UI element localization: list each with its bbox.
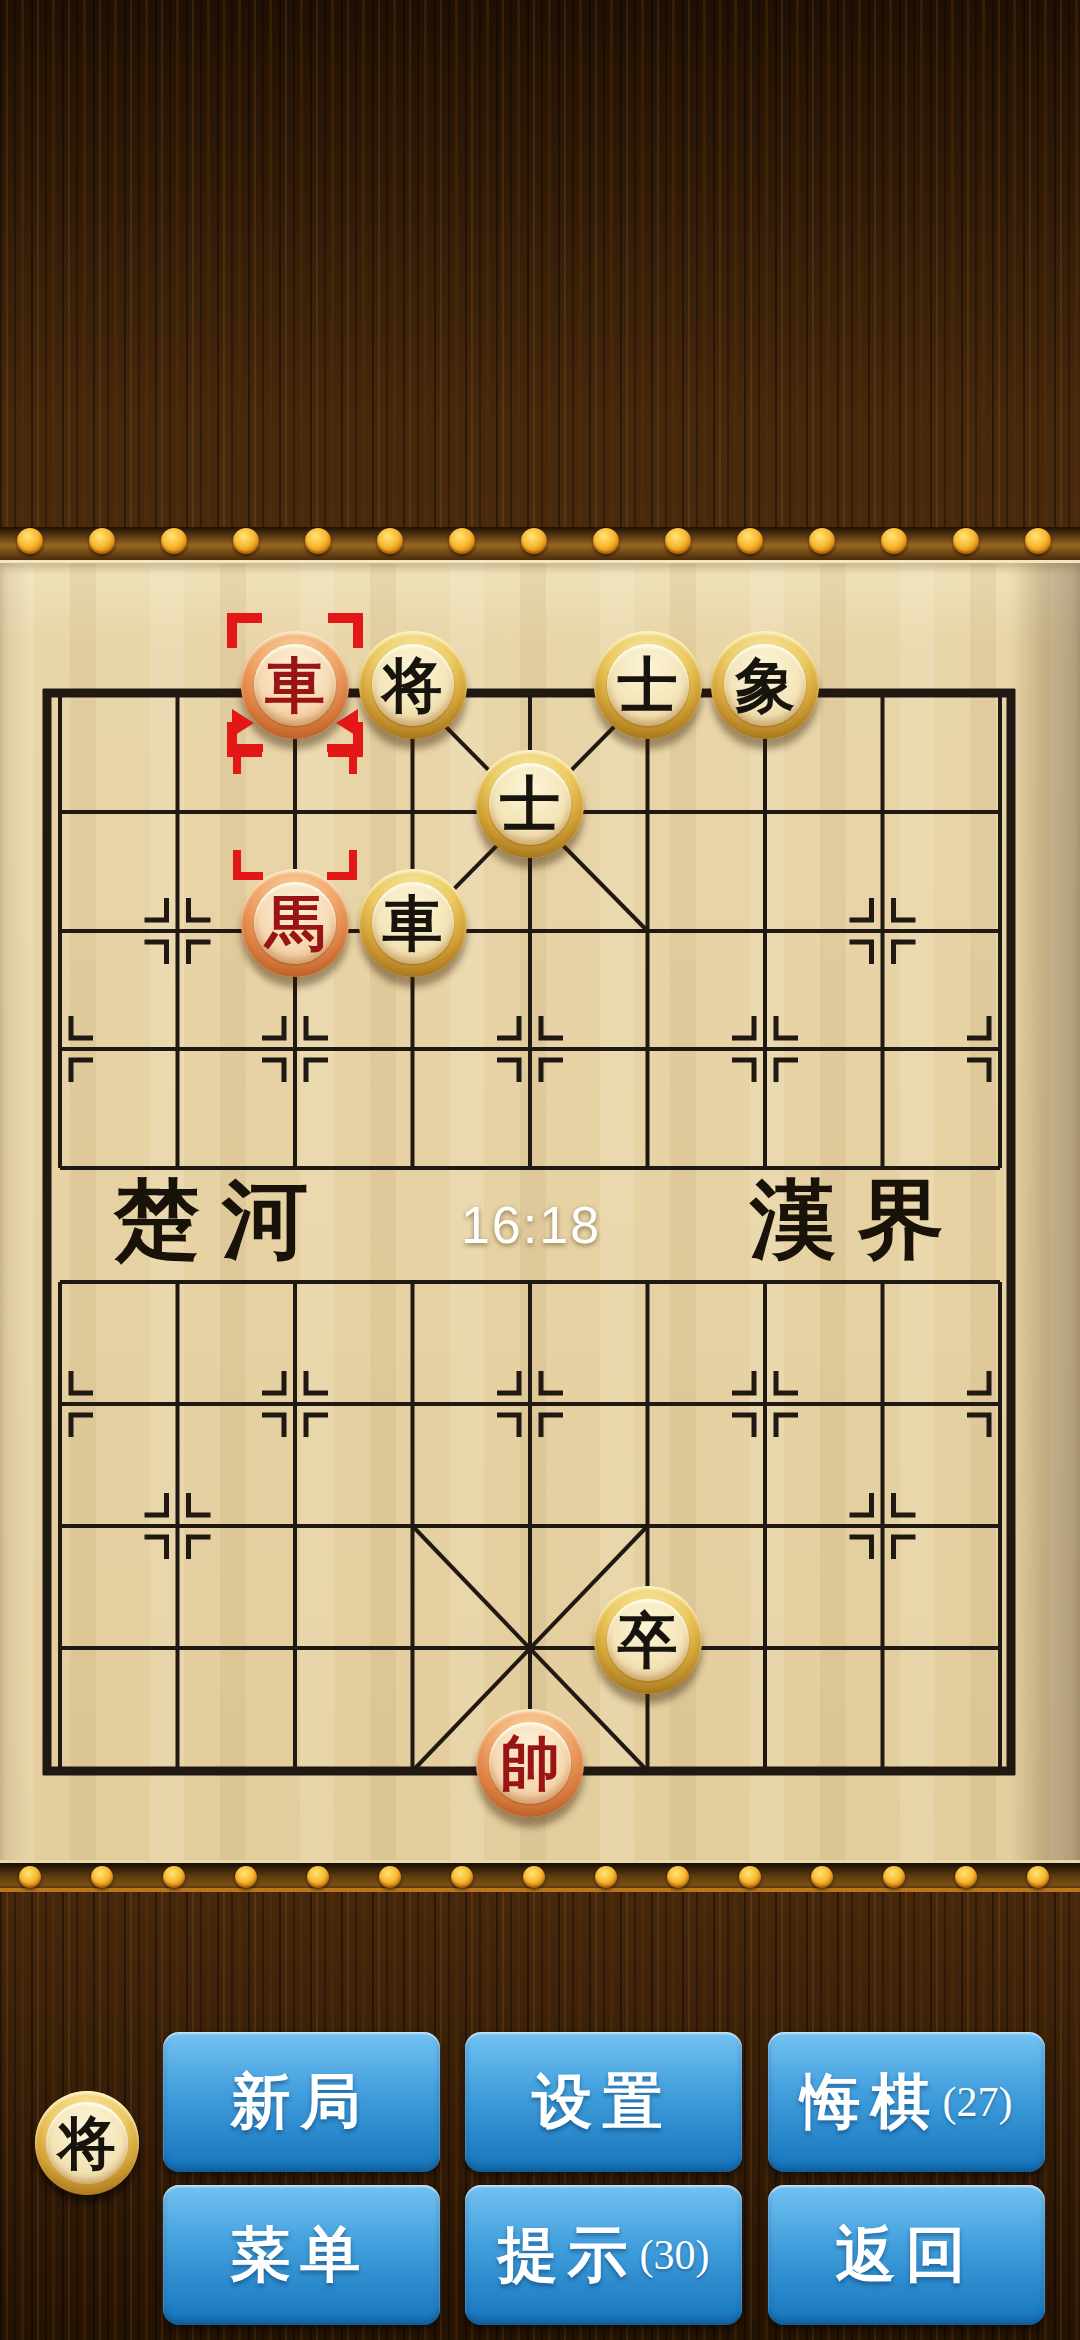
piece-glyph: 士 (618, 656, 678, 716)
piece-glyph: 象 (735, 656, 795, 716)
piece-face: 車 (254, 644, 336, 726)
piece-black-chariot[interactable]: 車 (359, 869, 467, 977)
hint-count: (30) (640, 2231, 710, 2279)
hint-button[interactable]: 提示 (30) (465, 2185, 742, 2325)
menu-button[interactable]: 菜单 (163, 2185, 440, 2325)
piece-glyph: 車 (265, 656, 325, 716)
piece-black-elephant[interactable]: 象 (711, 631, 819, 739)
stamp-face: 将 (46, 2102, 128, 2184)
undo-count: (27) (943, 2078, 1013, 2126)
river-label-chu-he: 楚河 (114, 1162, 330, 1279)
piece-face: 士 (607, 644, 689, 726)
piece-face: 象 (724, 644, 806, 726)
river-label-han-jie: 漢界 (750, 1162, 966, 1279)
stamp-general-glyph: 将 (58, 2115, 116, 2173)
xiangqi-app: 楚河 16:18 漢界 車将士象士馬車卒帥 将 新局 设置 悔棋 (27) 菜单… (0, 0, 1080, 2340)
undo-button[interactable]: 悔棋 (27) (768, 2032, 1045, 2172)
settings-button[interactable]: 设置 (465, 2032, 742, 2172)
new-game-label: 新局 (231, 2062, 371, 2143)
piece-glyph: 馬 (265, 894, 325, 954)
piece-glyph: 将 (383, 656, 443, 716)
piece-face: 士 (489, 763, 571, 845)
piece-black-advisor[interactable]: 士 (476, 750, 584, 858)
undo-label: 悔棋 (801, 2062, 941, 2143)
piece-red-general[interactable]: 帥 (476, 1709, 584, 1817)
piece-glyph: 帥 (500, 1734, 560, 1794)
piece-glyph: 車 (383, 894, 443, 954)
piece-red-horse[interactable]: 馬 (241, 869, 349, 977)
piece-black-general[interactable]: 将 (359, 631, 467, 739)
piece-glyph: 士 (500, 775, 560, 835)
back-label: 返回 (836, 2215, 976, 2296)
piece-black-advisor[interactable]: 士 (594, 631, 702, 739)
turn-indicator-stamp: 将 (35, 2091, 139, 2195)
piece-face: 帥 (489, 1722, 571, 1804)
new-game-button[interactable]: 新局 (163, 2032, 440, 2172)
piece-black-soldier[interactable]: 卒 (594, 1586, 702, 1694)
piece-face: 馬 (254, 882, 336, 964)
game-timer: 16:18 (461, 1195, 601, 1255)
piece-face: 車 (372, 882, 454, 964)
piece-glyph: 卒 (618, 1611, 678, 1671)
back-button[interactable]: 返回 (768, 2185, 1045, 2325)
piece-red-chariot[interactable]: 車 (241, 631, 349, 739)
settings-label: 设置 (533, 2062, 673, 2143)
piece-face: 将 (372, 644, 454, 726)
hint-label: 提示 (498, 2215, 638, 2296)
piece-face: 卒 (607, 1599, 689, 1681)
menu-label: 菜单 (231, 2215, 371, 2296)
